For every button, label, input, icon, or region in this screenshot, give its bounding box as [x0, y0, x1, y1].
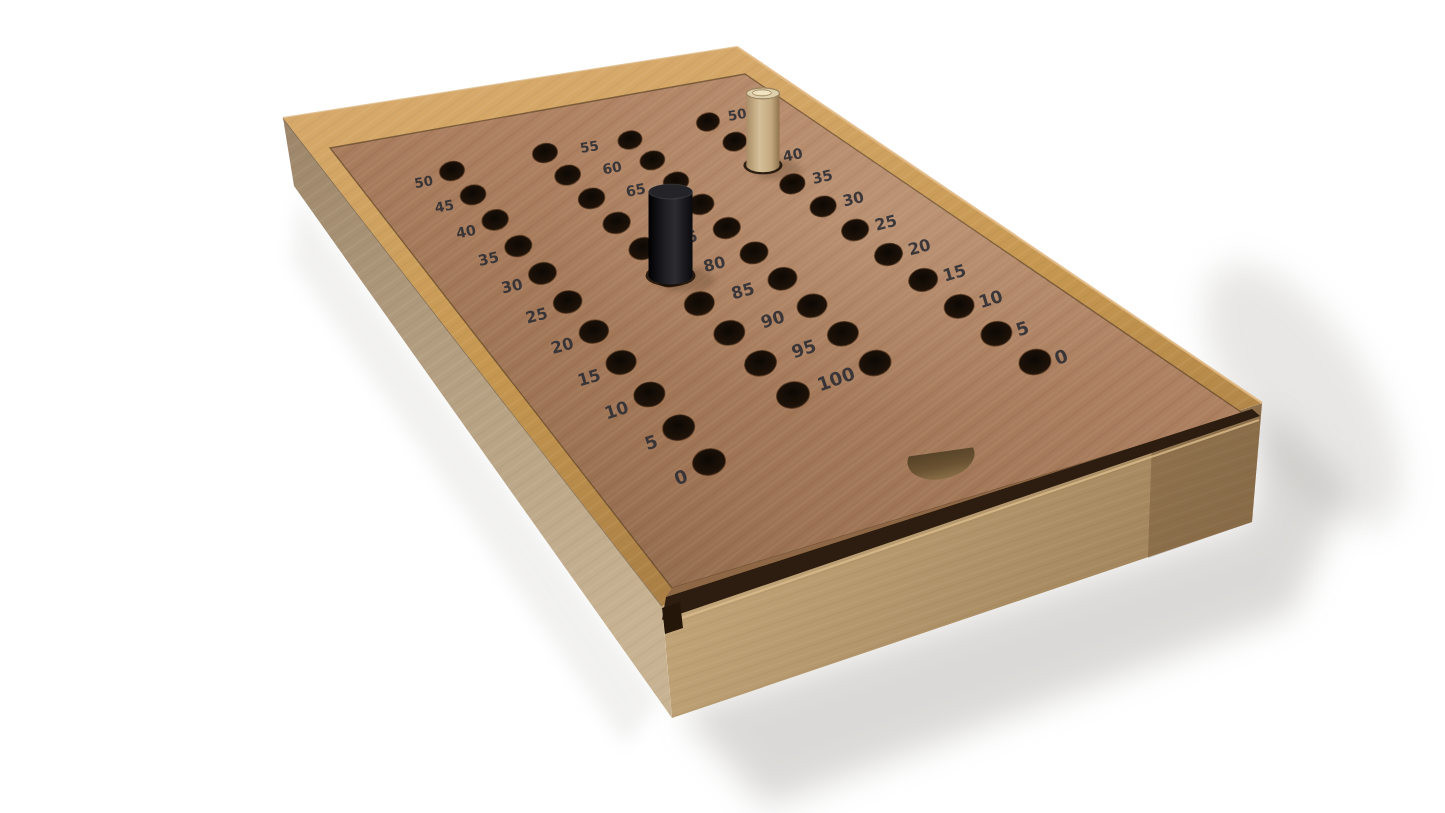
scoreboard-photo: 5045403530252015105055606570758085909510…	[0, 0, 1445, 813]
label-middle-55: 55	[579, 137, 600, 156]
label-left-50: 50	[413, 172, 434, 191]
label-right-50: 50	[727, 105, 748, 124]
peg-scoreboard-svg: 5045403530252015105055606570758085909510…	[0, 0, 1445, 813]
